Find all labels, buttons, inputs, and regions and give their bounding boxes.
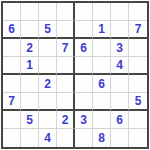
cell-r2c4[interactable] bbox=[57, 21, 75, 39]
cell-r8c4[interactable] bbox=[57, 129, 75, 147]
given-digit: 8 bbox=[98, 132, 105, 144]
cell-r4c6[interactable] bbox=[93, 57, 111, 75]
cell-r4c8[interactable] bbox=[129, 57, 147, 75]
cell-r3c8[interactable] bbox=[129, 39, 147, 57]
cell-r7c2[interactable]: 5 bbox=[21, 111, 39, 129]
cell-r1c2[interactable] bbox=[21, 3, 39, 21]
cell-r6c7[interactable] bbox=[111, 93, 129, 111]
cell-r7c6[interactable] bbox=[93, 111, 111, 129]
given-digit: 5 bbox=[26, 114, 33, 126]
cell-r1c8[interactable] bbox=[129, 3, 147, 21]
cell-r4c2[interactable]: 1 bbox=[21, 57, 39, 75]
cell-r7c3[interactable] bbox=[39, 111, 57, 129]
cell-r5c3[interactable]: 2 bbox=[39, 75, 57, 93]
cell-r5c6[interactable]: 6 bbox=[93, 75, 111, 93]
cell-r3c4[interactable]: 7 bbox=[57, 39, 75, 57]
cell-r8c2[interactable] bbox=[21, 129, 39, 147]
cell-r3c5[interactable]: 6 bbox=[75, 39, 93, 57]
given-digit: 3 bbox=[116, 42, 123, 54]
cell-r6c8[interactable]: 5 bbox=[129, 93, 147, 111]
cell-r2c2[interactable] bbox=[21, 21, 39, 39]
given-digit: 4 bbox=[116, 59, 123, 71]
cell-r4c5[interactable] bbox=[75, 57, 93, 75]
cell-r5c7[interactable] bbox=[111, 75, 129, 93]
cell-r8c3[interactable]: 4 bbox=[39, 129, 57, 147]
cell-r3c2[interactable]: 2 bbox=[21, 39, 39, 57]
given-digit: 5 bbox=[135, 95, 142, 107]
given-digit: 6 bbox=[8, 23, 15, 35]
given-digit: 7 bbox=[135, 23, 142, 35]
cell-r8c8[interactable] bbox=[129, 129, 147, 147]
cell-r5c1[interactable] bbox=[3, 75, 21, 93]
cell-r2c8[interactable]: 7 bbox=[129, 21, 147, 39]
given-digit: 1 bbox=[98, 23, 105, 35]
cell-r6c3[interactable] bbox=[39, 93, 57, 111]
cell-r1c6[interactable] bbox=[93, 3, 111, 21]
cell-r5c5[interactable] bbox=[75, 75, 93, 93]
cell-r6c5[interactable] bbox=[75, 93, 93, 111]
cell-r2c3[interactable]: 5 bbox=[39, 21, 57, 39]
given-digit: 4 bbox=[44, 132, 51, 144]
cell-r6c1[interactable]: 7 bbox=[3, 93, 21, 111]
sudoku-board: 65172763142675523648 bbox=[1, 1, 149, 149]
cell-r2c1[interactable]: 6 bbox=[3, 21, 21, 39]
cell-r7c1[interactable] bbox=[3, 111, 21, 129]
cell-r4c1[interactable] bbox=[3, 57, 21, 75]
cell-r4c4[interactable] bbox=[57, 57, 75, 75]
given-digit: 6 bbox=[80, 42, 87, 54]
given-digit: 3 bbox=[80, 114, 87, 126]
given-digit: 6 bbox=[116, 114, 123, 126]
given-digit: 2 bbox=[62, 114, 69, 126]
cell-r7c4[interactable]: 2 bbox=[57, 111, 75, 129]
cell-r2c7[interactable] bbox=[111, 21, 129, 39]
cell-r6c2[interactable] bbox=[21, 93, 39, 111]
cell-r4c3[interactable] bbox=[39, 57, 57, 75]
cell-r1c5[interactable] bbox=[75, 3, 93, 21]
given-digit: 2 bbox=[26, 42, 33, 54]
cell-r1c7[interactable] bbox=[111, 3, 129, 21]
cell-r7c7[interactable]: 6 bbox=[111, 111, 129, 129]
given-digit: 7 bbox=[8, 95, 15, 107]
cell-r1c1[interactable] bbox=[3, 3, 21, 21]
cell-r6c4[interactable] bbox=[57, 93, 75, 111]
cell-r2c5[interactable] bbox=[75, 21, 93, 39]
cell-r5c8[interactable] bbox=[129, 75, 147, 93]
cell-r2c6[interactable]: 1 bbox=[93, 21, 111, 39]
given-digit: 5 bbox=[44, 23, 51, 35]
cell-r3c7[interactable]: 3 bbox=[111, 39, 129, 57]
cell-r1c3[interactable] bbox=[39, 3, 57, 21]
cell-r8c1[interactable] bbox=[3, 129, 21, 147]
given-digit: 6 bbox=[98, 78, 105, 90]
cell-r5c4[interactable] bbox=[57, 75, 75, 93]
cell-r7c5[interactable]: 3 bbox=[75, 111, 93, 129]
cell-r8c7[interactable] bbox=[111, 129, 129, 147]
given-digit: 7 bbox=[62, 42, 69, 54]
cell-r3c3[interactable] bbox=[39, 39, 57, 57]
cell-r4c7[interactable]: 4 bbox=[111, 57, 129, 75]
cell-r1c4[interactable] bbox=[57, 3, 75, 21]
given-digit: 2 bbox=[44, 78, 51, 90]
cell-r5c2[interactable] bbox=[21, 75, 39, 93]
cell-r8c6[interactable]: 8 bbox=[93, 129, 111, 147]
cell-r6c6[interactable] bbox=[93, 93, 111, 111]
cell-r7c8[interactable] bbox=[129, 111, 147, 129]
cell-r8c5[interactable] bbox=[75, 129, 93, 147]
given-digit: 1 bbox=[26, 59, 33, 71]
cell-r3c6[interactable] bbox=[93, 39, 111, 57]
cell-r3c1[interactable] bbox=[3, 39, 21, 57]
